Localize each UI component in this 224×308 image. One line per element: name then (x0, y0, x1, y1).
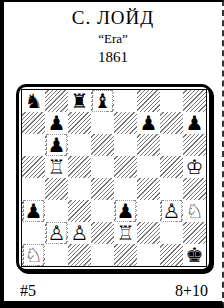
square-b7: ♟ (45, 112, 68, 134)
square-f1 (137, 244, 160, 266)
square-f8 (137, 90, 160, 112)
square-h3: ♘ (183, 200, 206, 222)
square-h1: ♚ (183, 244, 206, 266)
white-rook: ♖ (48, 157, 66, 177)
square-a7 (22, 112, 45, 134)
square-e8 (114, 90, 137, 112)
square-g1 (160, 244, 183, 266)
square-f4 (137, 178, 160, 200)
square-b3 (45, 200, 68, 222)
square-f2 (137, 222, 160, 244)
square-f7: ♟ (137, 112, 160, 134)
square-b1 (45, 244, 68, 266)
square-c7 (68, 112, 91, 134)
problem-header: С. ЛОЙД “Era” 1861 (4, 7, 222, 66)
square-b4 (45, 178, 68, 200)
square-d1 (91, 244, 114, 266)
square-a4 (22, 178, 45, 200)
white-pawn: ♙ (47, 223, 67, 243)
black-king: ♚ (186, 245, 204, 265)
black-pawn: ♟ (47, 135, 67, 155)
square-c6 (68, 134, 91, 156)
composer-name: С. ЛОЙД (4, 7, 222, 29)
square-g5 (160, 156, 183, 178)
book-page: С. ЛОЙД “Era” 1861 ♞♜♝♟♟♟♟♖♔♟♟♙♘♙♙♖♘♚ #5… (0, 0, 224, 308)
square-e2: ♖ (114, 222, 137, 244)
square-e7 (114, 112, 137, 134)
square-f6 (137, 134, 160, 156)
square-b5: ♖ (45, 156, 68, 178)
white-knight: ♘ (186, 201, 204, 221)
square-d2 (91, 222, 114, 244)
black-bishop: ♝ (93, 91, 113, 111)
black-knight: ♞ (25, 91, 43, 111)
white-rook: ♖ (117, 223, 135, 243)
publication-year: 1861 (4, 49, 222, 66)
black-pawn: ♟ (48, 113, 66, 133)
square-b6: ♟ (45, 134, 68, 156)
square-a1: ♘ (22, 244, 45, 266)
square-e5 (114, 156, 137, 178)
white-pawn: ♙ (162, 201, 182, 221)
problem-footer: #5 8+10 (20, 282, 208, 300)
white-knight: ♘ (24, 245, 44, 265)
square-c4 (68, 178, 91, 200)
chess-board: ♞♜♝♟♟♟♟♖♔♟♟♙♘♙♙♖♘♚ (22, 90, 206, 266)
source-name: “Era” (4, 32, 222, 47)
square-e3: ♟ (114, 200, 137, 222)
square-f3 (137, 200, 160, 222)
square-c3 (68, 200, 91, 222)
white-king: ♔ (186, 157, 204, 177)
square-c5 (68, 156, 91, 178)
board-inner-border: ♞♜♝♟♟♟♟♖♔♟♟♙♘♙♙♖♘♚ (21, 89, 207, 267)
square-a5 (22, 156, 45, 178)
square-d4 (91, 178, 114, 200)
black-pawn: ♟ (186, 113, 204, 133)
square-a2 (22, 222, 45, 244)
white-pawn: ♙ (71, 223, 89, 243)
black-rook: ♜ (71, 91, 89, 111)
square-a3: ♟ (22, 200, 45, 222)
square-h2 (183, 222, 206, 244)
square-g6 (160, 134, 183, 156)
square-c8: ♜ (68, 90, 91, 112)
square-a6 (22, 134, 45, 156)
square-e6 (114, 134, 137, 156)
square-d7 (91, 112, 114, 134)
square-f5 (137, 156, 160, 178)
square-g8 (160, 90, 183, 112)
square-c2: ♙ (68, 222, 91, 244)
black-pawn: ♟ (140, 113, 158, 133)
square-g2 (160, 222, 183, 244)
black-pawn: ♟ (116, 201, 136, 221)
square-h8 (183, 90, 206, 112)
square-h6 (183, 134, 206, 156)
stipulation-mate-in-5: #5 (20, 282, 36, 300)
square-h4 (183, 178, 206, 200)
square-e1 (114, 244, 137, 266)
black-pawn: ♟ (24, 201, 44, 221)
board-frame: ♞♜♝♟♟♟♟♖♔♟♟♙♘♙♙♖♘♚ (16, 84, 212, 272)
square-d5 (91, 156, 114, 178)
square-g4 (160, 178, 183, 200)
square-g7 (160, 112, 183, 134)
square-d6 (91, 134, 114, 156)
square-g3: ♙ (160, 200, 183, 222)
square-d8: ♝ (91, 90, 114, 112)
square-h7: ♟ (183, 112, 206, 134)
material-count: 8+10 (175, 282, 208, 300)
square-b2: ♙ (45, 222, 68, 244)
square-c1 (68, 244, 91, 266)
square-b8 (45, 90, 68, 112)
square-h5: ♔ (183, 156, 206, 178)
square-d3 (91, 200, 114, 222)
square-a8: ♞ (22, 90, 45, 112)
square-e4 (114, 178, 137, 200)
